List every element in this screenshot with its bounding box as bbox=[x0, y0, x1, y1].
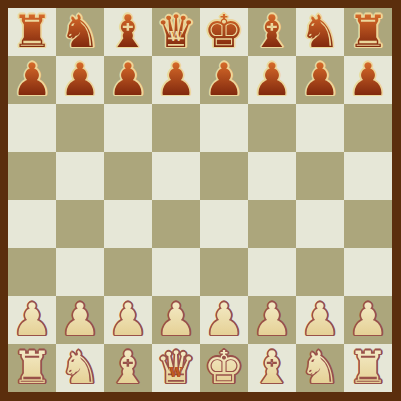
square-f2[interactable]: ♟♟ bbox=[248, 296, 296, 344]
square-f7[interactable]: ♟♟ bbox=[248, 56, 296, 104]
square-e1[interactable]: ♚♚ bbox=[200, 344, 248, 392]
pawn-icon: ♟ bbox=[8, 57, 56, 102]
square-a8[interactable]: ♜♜ bbox=[8, 8, 56, 56]
square-h8[interactable]: ♜♜ bbox=[344, 8, 392, 56]
piece-black-pawn[interactable]: ♟♟ bbox=[344, 56, 392, 104]
square-h7[interactable]: ♟♟ bbox=[344, 56, 392, 104]
square-c3[interactable] bbox=[104, 248, 152, 296]
rook-icon: ♜ bbox=[8, 9, 56, 54]
square-h1[interactable]: ♜♜ bbox=[344, 344, 392, 392]
knight-icon: ♞ bbox=[56, 9, 104, 54]
square-f8[interactable]: ♝♝ bbox=[248, 8, 296, 56]
pawn-icon: ♟ bbox=[296, 297, 344, 342]
square-f5[interactable] bbox=[248, 152, 296, 200]
bishop-icon: ♝ bbox=[104, 345, 152, 390]
square-e4[interactable] bbox=[200, 200, 248, 248]
square-g1[interactable]: ♞♞ bbox=[296, 344, 344, 392]
piece-black-queen[interactable]: ♛♛W bbox=[152, 8, 200, 56]
pawn-icon: ♟ bbox=[344, 57, 392, 102]
square-d8[interactable]: ♛♛W bbox=[152, 8, 200, 56]
pawn-icon: ♟ bbox=[56, 57, 104, 102]
knight-icon: ♞ bbox=[296, 9, 344, 54]
knight-icon: ♞ bbox=[296, 345, 344, 390]
pawn-icon: ♟ bbox=[104, 297, 152, 342]
piece-black-king[interactable]: ♚♚ bbox=[200, 8, 248, 56]
bishop-icon: ♝ bbox=[248, 9, 296, 54]
square-g6[interactable] bbox=[296, 104, 344, 152]
square-d7[interactable]: ♟♟ bbox=[152, 56, 200, 104]
piece-white-pawn[interactable]: ♟♟ bbox=[104, 296, 152, 344]
square-a6[interactable] bbox=[8, 104, 56, 152]
rook-icon: ♜ bbox=[344, 345, 392, 390]
square-a1[interactable]: ♜♜ bbox=[8, 344, 56, 392]
knight-icon: ♞ bbox=[56, 345, 104, 390]
square-d6[interactable] bbox=[152, 104, 200, 152]
square-h6[interactable] bbox=[344, 104, 392, 152]
piece-black-pawn[interactable]: ♟♟ bbox=[248, 56, 296, 104]
pawn-icon: ♟ bbox=[8, 297, 56, 342]
piece-white-king[interactable]: ♚♚ bbox=[200, 344, 248, 392]
piece-white-pawn[interactable]: ♟♟ bbox=[296, 296, 344, 344]
pawn-icon: ♟ bbox=[56, 297, 104, 342]
square-e6[interactable] bbox=[200, 104, 248, 152]
piece-white-pawn[interactable]: ♟♟ bbox=[344, 296, 392, 344]
piece-black-pawn[interactable]: ♟♟ bbox=[56, 56, 104, 104]
square-e3[interactable] bbox=[200, 248, 248, 296]
square-d4[interactable] bbox=[152, 200, 200, 248]
square-c7[interactable]: ♟♟ bbox=[104, 56, 152, 104]
square-e8[interactable]: ♚♚ bbox=[200, 8, 248, 56]
square-h2[interactable]: ♟♟ bbox=[344, 296, 392, 344]
square-f4[interactable] bbox=[248, 200, 296, 248]
square-e5[interactable] bbox=[200, 152, 248, 200]
chess-board: ♜♜♞♞♝♝♛♛W♚♚♝♝♞♞♜♜♟♟♟♟♟♟♟♟♟♟♟♟♟♟♟♟♟♟♟♟♟♟♟… bbox=[8, 8, 392, 392]
square-g4[interactable] bbox=[296, 200, 344, 248]
piece-black-rook[interactable]: ♜♜ bbox=[8, 8, 56, 56]
square-b6[interactable] bbox=[56, 104, 104, 152]
pawn-icon: ♟ bbox=[152, 57, 200, 102]
square-c4[interactable] bbox=[104, 200, 152, 248]
square-c6[interactable] bbox=[104, 104, 152, 152]
piece-white-knight[interactable]: ♞♞ bbox=[296, 344, 344, 392]
square-d3[interactable] bbox=[152, 248, 200, 296]
rook-icon: ♜ bbox=[8, 345, 56, 390]
piece-white-queen[interactable]: ♛♛W bbox=[152, 344, 200, 392]
square-a2[interactable]: ♟♟ bbox=[8, 296, 56, 344]
piece-white-pawn[interactable]: ♟♟ bbox=[56, 296, 104, 344]
board-frame: ♜♜♞♞♝♝♛♛W♚♚♝♝♞♞♜♜♟♟♟♟♟♟♟♟♟♟♟♟♟♟♟♟♟♟♟♟♟♟♟… bbox=[0, 0, 401, 401]
piece-white-pawn[interactable]: ♟♟ bbox=[8, 296, 56, 344]
square-b3[interactable] bbox=[56, 248, 104, 296]
piece-black-rook[interactable]: ♜♜ bbox=[344, 8, 392, 56]
square-b8[interactable]: ♞♞ bbox=[56, 8, 104, 56]
piece-black-pawn[interactable]: ♟♟ bbox=[296, 56, 344, 104]
square-c2[interactable]: ♟♟ bbox=[104, 296, 152, 344]
pawn-icon: ♟ bbox=[248, 297, 296, 342]
pawn-icon: ♟ bbox=[248, 57, 296, 102]
square-d5[interactable] bbox=[152, 152, 200, 200]
square-a7[interactable]: ♟♟ bbox=[8, 56, 56, 104]
piece-black-knight[interactable]: ♞♞ bbox=[56, 8, 104, 56]
piece-black-pawn[interactable]: ♟♟ bbox=[200, 56, 248, 104]
square-b4[interactable] bbox=[56, 200, 104, 248]
square-c8[interactable]: ♝♝ bbox=[104, 8, 152, 56]
square-d2[interactable]: ♟♟ bbox=[152, 296, 200, 344]
square-a5[interactable] bbox=[8, 152, 56, 200]
queen-monogram: W bbox=[152, 367, 200, 379]
pawn-icon: ♟ bbox=[296, 57, 344, 102]
piece-black-bishop[interactable]: ♝♝ bbox=[248, 8, 296, 56]
square-f3[interactable] bbox=[248, 248, 296, 296]
square-c1[interactable]: ♝♝ bbox=[104, 344, 152, 392]
square-a4[interactable] bbox=[8, 200, 56, 248]
square-g5[interactable] bbox=[296, 152, 344, 200]
piece-white-pawn[interactable]: ♟♟ bbox=[152, 296, 200, 344]
piece-white-bishop[interactable]: ♝♝ bbox=[104, 344, 152, 392]
square-d1[interactable]: ♛♛W bbox=[152, 344, 200, 392]
pawn-icon: ♟ bbox=[152, 297, 200, 342]
bishop-icon: ♝ bbox=[248, 345, 296, 390]
square-h4[interactable] bbox=[344, 200, 392, 248]
piece-white-knight[interactable]: ♞♞ bbox=[56, 344, 104, 392]
square-g3[interactable] bbox=[296, 248, 344, 296]
square-b5[interactable] bbox=[56, 152, 104, 200]
piece-white-bishop[interactable]: ♝♝ bbox=[248, 344, 296, 392]
queen-monogram: W bbox=[152, 31, 200, 43]
piece-black-knight[interactable]: ♞♞ bbox=[296, 8, 344, 56]
piece-black-bishop[interactable]: ♝♝ bbox=[104, 8, 152, 56]
square-a3[interactable] bbox=[8, 248, 56, 296]
square-h3[interactable] bbox=[344, 248, 392, 296]
square-f6[interactable] bbox=[248, 104, 296, 152]
king-icon: ♚ bbox=[200, 345, 248, 390]
pawn-icon: ♟ bbox=[104, 57, 152, 102]
square-g7[interactable]: ♟♟ bbox=[296, 56, 344, 104]
piece-white-pawn[interactable]: ♟♟ bbox=[200, 296, 248, 344]
piece-white-pawn[interactable]: ♟♟ bbox=[248, 296, 296, 344]
square-b1[interactable]: ♞♞ bbox=[56, 344, 104, 392]
piece-black-pawn[interactable]: ♟♟ bbox=[8, 56, 56, 104]
pawn-icon: ♟ bbox=[344, 297, 392, 342]
square-f1[interactable]: ♝♝ bbox=[248, 344, 296, 392]
square-b7[interactable]: ♟♟ bbox=[56, 56, 104, 104]
square-e7[interactable]: ♟♟ bbox=[200, 56, 248, 104]
square-e2[interactable]: ♟♟ bbox=[200, 296, 248, 344]
piece-white-rook[interactable]: ♜♜ bbox=[8, 344, 56, 392]
pawn-icon: ♟ bbox=[200, 57, 248, 102]
pawn-icon: ♟ bbox=[200, 297, 248, 342]
piece-black-pawn[interactable]: ♟♟ bbox=[152, 56, 200, 104]
piece-black-pawn[interactable]: ♟♟ bbox=[104, 56, 152, 104]
square-g2[interactable]: ♟♟ bbox=[296, 296, 344, 344]
square-h5[interactable] bbox=[344, 152, 392, 200]
piece-white-rook[interactable]: ♜♜ bbox=[344, 344, 392, 392]
square-g8[interactable]: ♞♞ bbox=[296, 8, 344, 56]
square-b2[interactable]: ♟♟ bbox=[56, 296, 104, 344]
king-icon: ♚ bbox=[200, 9, 248, 54]
bishop-icon: ♝ bbox=[104, 9, 152, 54]
square-c5[interactable] bbox=[104, 152, 152, 200]
rook-icon: ♜ bbox=[344, 9, 392, 54]
